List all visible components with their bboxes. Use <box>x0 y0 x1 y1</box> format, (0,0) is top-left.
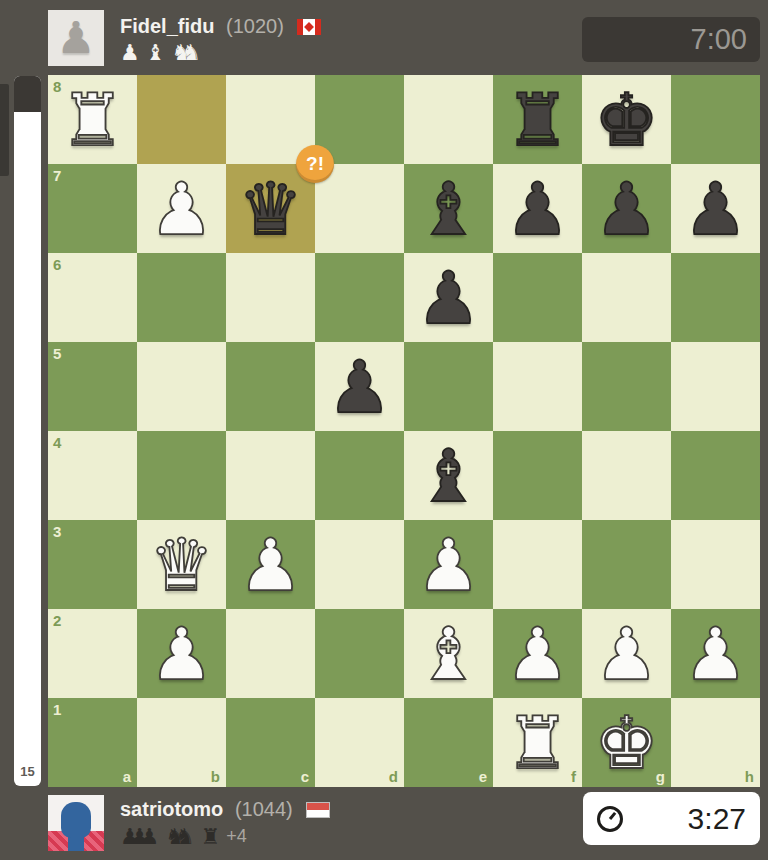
scrollbar-thumb[interactable] <box>0 84 9 176</box>
rank-label-2: 2 <box>53 613 61 628</box>
white-pawn[interactable]: ♟ <box>594 618 659 690</box>
captured-pieces-group: ♟♟♟ <box>120 824 149 849</box>
square-g3[interactable] <box>582 520 671 609</box>
rank-label-1: 1 <box>53 702 61 717</box>
square-e5[interactable] <box>404 342 493 431</box>
square-g1[interactable]: g♚ <box>582 698 671 787</box>
square-e4[interactable]: ♝ <box>404 431 493 520</box>
square-f7[interactable]: ♟ <box>493 164 582 253</box>
bottom-player-name-row: satriotomo (1044) <box>120 796 330 822</box>
captured-pieces-group: ♞♞ <box>165 824 184 849</box>
square-a4[interactable]: 4 <box>48 431 137 520</box>
square-b2[interactable]: ♟ <box>137 609 226 698</box>
top-player-name-row: Fidel_fidu (1020) <box>120 13 321 39</box>
square-e8[interactable] <box>404 75 493 164</box>
square-a1[interactable]: 1a <box>48 698 137 787</box>
square-e6[interactable]: ♟ <box>404 253 493 342</box>
file-label-c: c <box>301 769 309 784</box>
square-g4[interactable] <box>582 431 671 520</box>
square-c6[interactable] <box>226 253 315 342</box>
captured-pieces-group: ♜ <box>201 824 211 849</box>
square-c2[interactable] <box>226 609 315 698</box>
square-e3[interactable]: ♟ <box>404 520 493 609</box>
square-f5[interactable] <box>493 342 582 431</box>
square-c5[interactable] <box>226 342 315 431</box>
white-pawn[interactable]: ♟ <box>238 529 303 601</box>
bottom-player-bar: satriotomo (1044) ♟♟♟♞♞♜+4 3:27 <box>0 787 768 860</box>
file-label-f: f <box>571 769 576 784</box>
file-label-g: g <box>656 769 665 784</box>
black-pawn[interactable]: ♟ <box>505 173 570 245</box>
rank-label-6: 6 <box>53 257 61 272</box>
black-pawn[interactable]: ♟ <box>683 173 748 245</box>
square-b1[interactable]: b <box>137 698 226 787</box>
square-b5[interactable] <box>137 342 226 431</box>
material-advantage: +4 <box>226 826 247 846</box>
file-label-h: h <box>745 769 754 784</box>
square-g5[interactable] <box>582 342 671 431</box>
square-f8[interactable]: ♜ <box>493 75 582 164</box>
square-f1[interactable]: f♜ <box>493 698 582 787</box>
top-player-name[interactable]: Fidel_fidu <box>120 15 214 37</box>
black-pawn[interactable]: ♟ <box>327 351 392 423</box>
square-f2[interactable]: ♟ <box>493 609 582 698</box>
black-queen[interactable]: ♛ <box>238 173 303 245</box>
white-rook[interactable]: ♜ <box>60 84 125 156</box>
square-b7[interactable]: ♟ <box>137 164 226 253</box>
top-clock-time: 7:00 <box>582 23 747 56</box>
white-pawn[interactable]: ♟ <box>505 618 570 690</box>
rank-label-8: 8 <box>53 79 61 94</box>
square-g2[interactable]: ♟ <box>582 609 671 698</box>
move-annotation-badge: ?! <box>296 145 334 183</box>
captured-top: ♟♝♞♞ <box>120 41 207 65</box>
square-g6[interactable] <box>582 253 671 342</box>
white-pawn[interactable]: ♟ <box>416 529 481 601</box>
square-h8[interactable] <box>671 75 760 164</box>
square-g8[interactable]: ♚ <box>582 75 671 164</box>
file-label-e: e <box>479 769 487 784</box>
square-b3[interactable]: ♛ <box>137 520 226 609</box>
square-e7[interactable]: ♝ <box>404 164 493 253</box>
square-h6[interactable] <box>671 253 760 342</box>
square-f6[interactable] <box>493 253 582 342</box>
square-a7[interactable]: 7 <box>48 164 137 253</box>
square-c3[interactable]: ♟ <box>226 520 315 609</box>
square-e1[interactable]: e <box>404 698 493 787</box>
canada-flag-icon <box>297 19 321 35</box>
top-player-avatar[interactable]: ♟ <box>48 10 104 66</box>
square-b8[interactable] <box>137 75 226 164</box>
top-player-rating: (1020) <box>226 15 284 37</box>
eval-bar-black <box>14 76 41 112</box>
file-label-a: a <box>123 769 131 784</box>
bottom-player-clock: 3:27 <box>583 792 760 845</box>
top-player-bar: ♟ Fidel_fidu (1020) ♟♝♞♞ 7:00 <box>0 0 768 75</box>
captured-pieces-group: ♝ <box>146 40 156 65</box>
square-h7[interactable]: ♟ <box>671 164 760 253</box>
square-g7[interactable]: ♟ <box>582 164 671 253</box>
clock-icon <box>597 806 623 832</box>
square-a6[interactable]: 6 <box>48 253 137 342</box>
eval-score-label: 15 <box>14 764 41 779</box>
pawn-avatar-icon: ♟ <box>56 16 95 60</box>
square-f4[interactable] <box>493 431 582 520</box>
rank-label-3: 3 <box>53 524 61 539</box>
square-e2[interactable]: ♝ <box>404 609 493 698</box>
white-queen[interactable]: ♛ <box>149 529 214 601</box>
square-c4[interactable] <box>226 431 315 520</box>
rank-label-5: 5 <box>53 346 61 361</box>
white-bishop[interactable]: ♝ <box>416 618 481 690</box>
square-h4[interactable] <box>671 431 760 520</box>
square-d4[interactable] <box>315 431 404 520</box>
square-h2[interactable]: ♟ <box>671 609 760 698</box>
square-b4[interactable] <box>137 431 226 520</box>
captured-bottom: ♟♟♟♞♞♜+4 <box>120 824 247 849</box>
square-d1[interactable]: d <box>315 698 404 787</box>
white-pawn[interactable]: ♟ <box>149 618 214 690</box>
bottom-player-rating: (1044) <box>235 798 293 820</box>
white-king[interactable]: ♚ <box>594 707 659 779</box>
black-pawn[interactable]: ♟ <box>594 173 659 245</box>
file-label-b: b <box>211 769 220 784</box>
square-d2[interactable] <box>315 609 404 698</box>
black-bishop[interactable]: ♝ <box>416 173 481 245</box>
bottom-clock-time: 3:27 <box>623 802 746 836</box>
captured-pieces-group: ♟ <box>120 40 130 65</box>
square-h3[interactable] <box>671 520 760 609</box>
evaluation-bar: 15 <box>14 76 41 786</box>
white-pawn[interactable]: ♟ <box>683 618 748 690</box>
rank-label-4: 4 <box>53 435 61 450</box>
black-bishop[interactable]: ♝ <box>416 440 481 512</box>
avatar-head-silhouette <box>61 802 91 838</box>
square-a3[interactable]: 3 <box>48 520 137 609</box>
square-d5[interactable]: ♟ <box>315 342 404 431</box>
white-pawn[interactable]: ♟ <box>149 173 214 245</box>
square-b6[interactable] <box>137 253 226 342</box>
square-a8[interactable]: 8♜ <box>48 75 137 164</box>
black-king[interactable]: ♚ <box>594 84 659 156</box>
black-rook[interactable]: ♜ <box>505 84 570 156</box>
indonesia-flag-icon <box>306 802 330 818</box>
bottom-player-name[interactable]: satriotomo <box>120 798 223 820</box>
square-a5[interactable]: 5 <box>48 342 137 431</box>
square-a2[interactable]: 2 <box>48 609 137 698</box>
white-rook[interactable]: ♜ <box>505 707 570 779</box>
square-d3[interactable] <box>315 520 404 609</box>
captured-pieces-group: ♞♞ <box>171 40 190 65</box>
square-c1[interactable]: c <box>226 698 315 787</box>
bottom-player-avatar[interactable] <box>48 795 104 851</box>
file-label-d: d <box>389 769 398 784</box>
rank-label-7: 7 <box>53 168 61 183</box>
square-d6[interactable] <box>315 253 404 342</box>
chess-board[interactable]: ?! 8♜♜♚7♟♛♝♟♟♟6♟5♟4♝3♛♟♟2♟♝♟♟♟1abcdef♜g♚… <box>48 75 760 787</box>
top-player-clock: 7:00 <box>582 17 760 62</box>
square-h1[interactable]: h <box>671 698 760 787</box>
square-h5[interactable] <box>671 342 760 431</box>
black-pawn[interactable]: ♟ <box>416 262 481 334</box>
square-f3[interactable] <box>493 520 582 609</box>
